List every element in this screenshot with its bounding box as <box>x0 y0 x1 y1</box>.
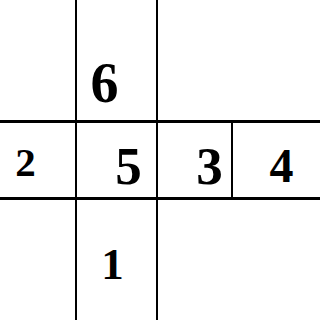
cell-value: 5 <box>115 140 142 193</box>
cell-r2c3: 3 <box>158 120 233 200</box>
cell-r1c2: 6 <box>75 0 158 120</box>
cell-r3c4 <box>233 200 320 320</box>
cell-r1c3 <box>158 0 233 120</box>
cell-r2c4: 4 <box>233 120 320 200</box>
cell-r3c1 <box>0 200 75 320</box>
puzzle-board: 6 2 5 3 4 1 <box>0 0 320 320</box>
cell-value: 6 <box>91 55 119 111</box>
cell-r2c2: 5 <box>75 120 158 200</box>
cell-r1c4 <box>233 0 320 120</box>
cell-value: 1 <box>101 242 124 287</box>
cell-r3c2: 1 <box>75 200 158 320</box>
cell-r1c1 <box>0 0 75 120</box>
cell-r2c1: 2 <box>0 120 75 200</box>
cell-value: 3 <box>196 140 223 193</box>
cell-r3c3 <box>158 200 233 320</box>
cell-value: 4 <box>270 142 294 190</box>
cell-value: 2 <box>15 142 36 183</box>
